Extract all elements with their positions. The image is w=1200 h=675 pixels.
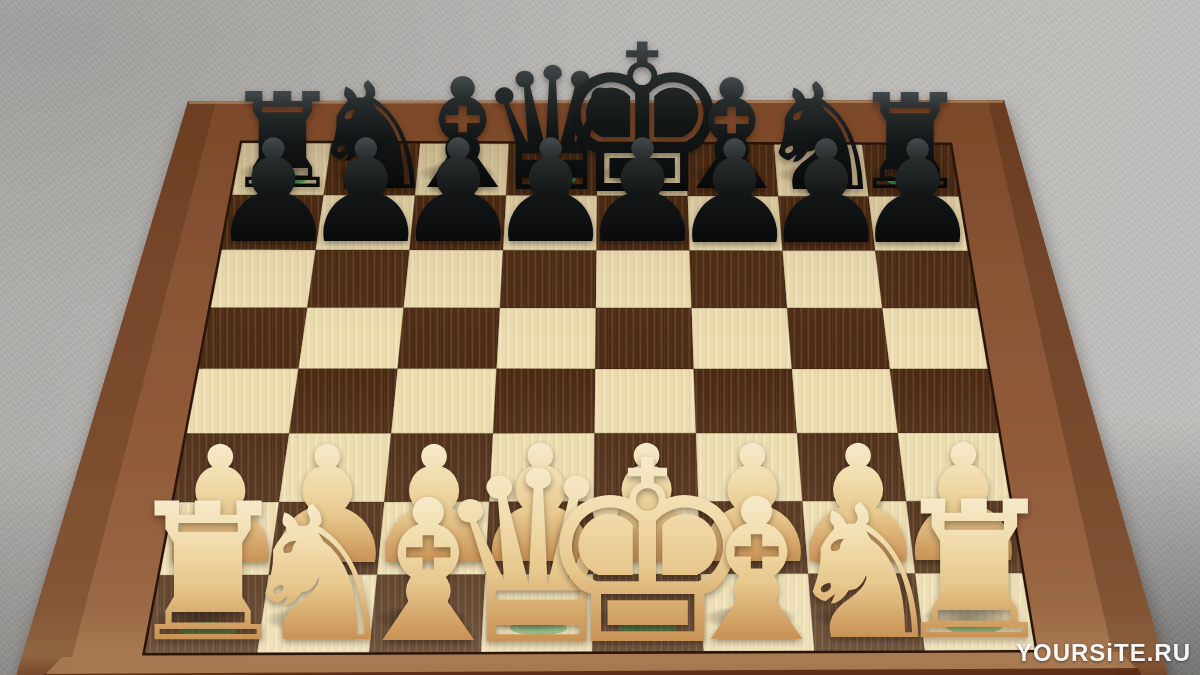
chessboard-photo-scene: ♜♞♝♛♚♝♞♜♟♟♟♟♟♟♟♟♟♟♟♟♟♟♟♟♜♞♝♛♚♝♞♜ YOURSiT… [0, 0, 1200, 675]
piece-black-pawn-h7[interactable]: ♟ [854, 122, 981, 264]
pieces-layer: ♜♞♝♛♚♝♞♜♟♟♟♟♟♟♟♟♟♟♟♟♟♟♟♟♜♞♝♛♚♝♞♜ [0, 0, 1200, 675]
piece-white-rook-h1[interactable]: ♜ [889, 477, 1059, 667]
